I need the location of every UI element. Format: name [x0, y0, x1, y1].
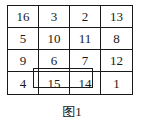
cell-r4c3: 14: [70, 72, 101, 94]
cell-r1c3: 2: [70, 6, 101, 28]
cell-r3c3: 7: [70, 50, 101, 72]
cell-r3c2: 6: [39, 50, 70, 72]
cell-r3c4: 12: [101, 50, 132, 72]
magic-square-figure: 16 3 2 13 5 10 11 8 9 6 7 12 4 15 14 1 图…: [0, 0, 144, 126]
cell-r4c4: 1: [101, 72, 132, 94]
figure-caption: 图1: [0, 103, 144, 121]
magic-square-board: 16 3 2 13 5 10 11 8 9 6 7 12 4 15 14 1: [7, 5, 133, 95]
cell-r4c1: 4: [8, 72, 39, 94]
cell-r2c4: 8: [101, 28, 132, 50]
cell-r1c4: 13: [101, 6, 132, 28]
cell-r1c2: 3: [39, 6, 70, 28]
cell-r3c1: 9: [8, 50, 39, 72]
cell-r4c2: 15: [39, 72, 70, 94]
cell-r2c2: 10: [39, 28, 70, 50]
cell-r2c3: 11: [70, 28, 101, 50]
cell-r1c1: 16: [8, 6, 39, 28]
cell-r2c1: 5: [8, 28, 39, 50]
